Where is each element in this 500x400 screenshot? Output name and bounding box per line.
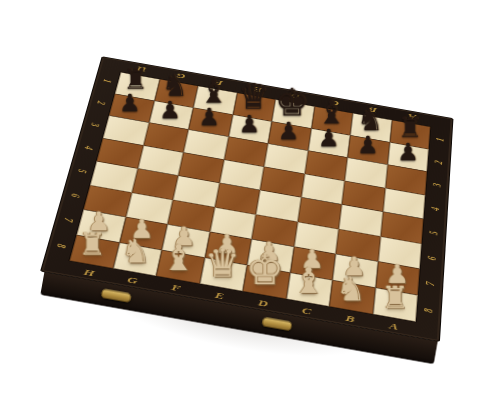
brass-clasp-icon — [262, 317, 293, 332]
square-f5 — [301, 174, 345, 205]
white-bishop-piece: ♝ — [286, 262, 330, 298]
chess-board: ♜♞♝♛♚♝♞♜♟♟♟♟♟♟♟♟♟♟♟♟♟♟♟♟♜♞♝♛♚♝♞♜ HGFEDCB… — [40, 56, 453, 342]
white-king-piece: ♚ — [243, 248, 287, 290]
rank-label-3: 3 — [417, 176, 458, 194]
brass-clasp-icon — [101, 288, 132, 303]
black-pawn-piece: ♟ — [149, 98, 189, 122]
black-pawn-piece: ♟ — [229, 112, 269, 136]
square-a1: ♜ — [69, 235, 119, 269]
square-b4 — [131, 168, 178, 199]
white-rook-piece: ♜ — [70, 229, 114, 260]
black-pawn-piece: ♟ — [268, 119, 308, 143]
product-photo: ♜♞♝♛♚♝♞♜♟♟♟♟♟♟♟♟♟♟♟♟♟♟♟♟♜♞♝♛♚♝♞♜ HGFEDCB… — [0, 0, 500, 400]
white-queen-piece: ♛ — [200, 244, 244, 283]
black-pawn-piece: ♟ — [308, 126, 348, 150]
white-knight-piece: ♞ — [329, 273, 373, 306]
white-bishop-piece: ♝ — [157, 239, 201, 275]
white-knight-piece: ♞ — [114, 235, 158, 268]
black-pawn-piece: ♟ — [348, 133, 388, 157]
square-e7: ♟ — [268, 121, 311, 150]
square-g5 — [342, 181, 385, 212]
square-c1: ♝ — [156, 250, 204, 284]
black-pawn-piece: ♟ — [189, 105, 229, 129]
square-d6 — [224, 137, 268, 167]
white-rook-piece: ♜ — [373, 283, 417, 314]
